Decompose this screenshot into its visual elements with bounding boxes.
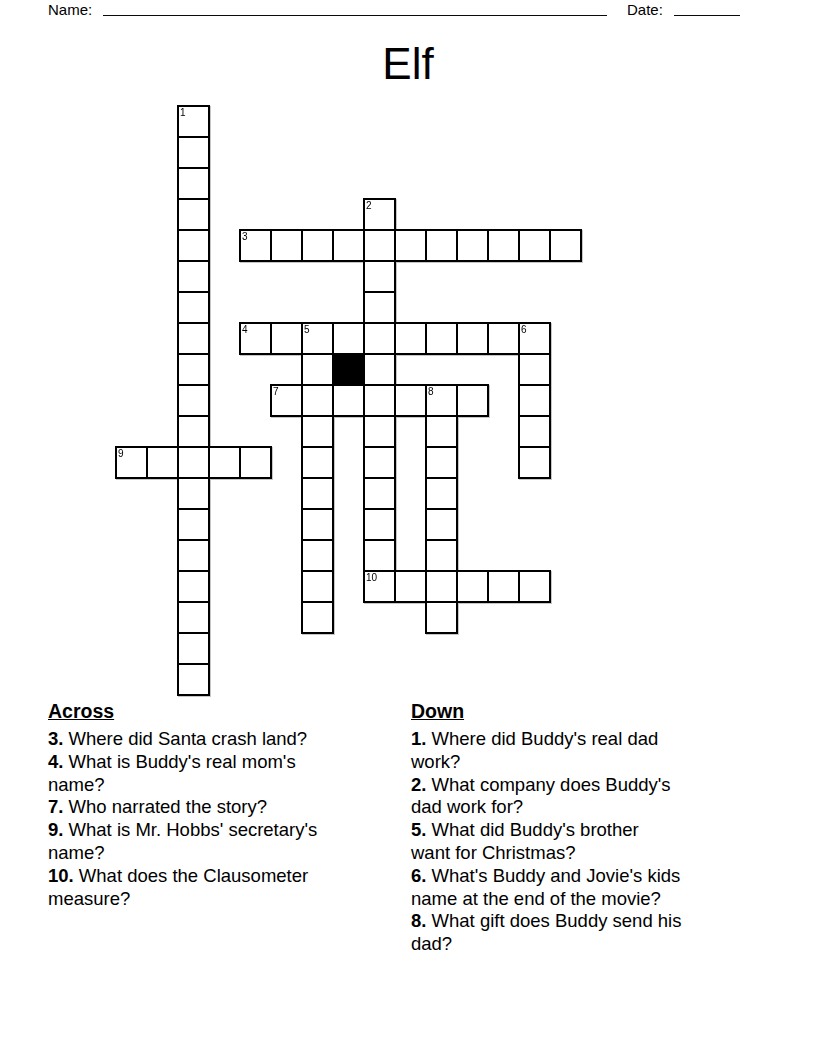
across-clue-3: 3. Where did Santa crash land?: [48, 728, 400, 751]
clue-number-9: 9: [118, 448, 124, 459]
cell-r11c10[interactable]: [425, 446, 458, 479]
cell-r4c14[interactable]: [549, 229, 582, 262]
cell-r0c2[interactable]: 1: [177, 105, 210, 138]
cell-r4c8[interactable]: [363, 229, 396, 262]
down-clue-1: 1. Where did Buddy's real dad work?: [411, 728, 776, 774]
cell-r14c2[interactable]: [177, 539, 210, 572]
cell-r16c6[interactable]: [301, 601, 334, 634]
cell-r5c8[interactable]: [363, 260, 396, 293]
across-clues-section: Across 3. Where did Santa crash land?4. …: [48, 700, 400, 910]
cell-r7c10[interactable]: [425, 322, 458, 355]
across-clue-text-4: What is Buddy's real mom's name?: [48, 751, 296, 795]
cell-r15c13[interactable]: [518, 570, 551, 603]
cell-r1c2[interactable]: [177, 136, 210, 169]
cell-r4c10[interactable]: [425, 229, 458, 262]
cell-r7c7[interactable]: [332, 322, 365, 355]
cell-r4c9[interactable]: [394, 229, 427, 262]
across-clue-list: 3. Where did Santa crash land?4. What is…: [48, 728, 400, 910]
clue-label-6: 6.: [411, 865, 426, 886]
clue-number-4: 4: [242, 324, 248, 335]
cell-r14c8[interactable]: [363, 539, 396, 572]
cell-r7c5[interactable]: [270, 322, 303, 355]
down-clue-6: 6. What's Buddy and Jovie's kids name at…: [411, 865, 776, 911]
cell-r15c11[interactable]: [456, 570, 489, 603]
cell-r13c8[interactable]: [363, 508, 396, 541]
across-clue-9: 9. What is Mr. Hobbs' secretary's name?: [48, 819, 400, 865]
clue-label-8: 8.: [411, 910, 426, 931]
across-clue-text-3: Where did Santa crash land?: [69, 728, 308, 749]
down-clue-text-2: What company does Buddy's dad work for?: [411, 774, 671, 818]
cell-r3c8[interactable]: 2: [363, 198, 396, 231]
cell-r15c12[interactable]: [487, 570, 520, 603]
clue-label-7: 7.: [48, 796, 63, 817]
black-cell-r8c7: [332, 353, 365, 386]
cell-r10c8[interactable]: [363, 415, 396, 448]
cell-r4c11[interactable]: [456, 229, 489, 262]
cell-r15c8[interactable]: 10: [363, 570, 396, 603]
cell-r11c6[interactable]: [301, 446, 334, 479]
cell-r11c3[interactable]: [208, 446, 241, 479]
cell-r3c2[interactable]: [177, 198, 210, 231]
cell-r15c2[interactable]: [177, 570, 210, 603]
clue-number-10: 10: [366, 572, 377, 583]
cell-r4c2[interactable]: [177, 229, 210, 262]
down-clue-2: 2. What company does Buddy's dad work fo…: [411, 774, 776, 820]
cell-r12c2[interactable]: [177, 477, 210, 510]
cell-r15c6[interactable]: [301, 570, 334, 603]
cell-r7c2[interactable]: [177, 322, 210, 355]
across-clue-7: 7. Who narrated the story?: [48, 796, 400, 819]
down-clue-text-8: What gift does Buddy send his dad?: [411, 910, 681, 954]
clue-number-7: 7: [273, 386, 279, 397]
cell-r4c5[interactable]: [270, 229, 303, 262]
cell-r10c10[interactable]: [425, 415, 458, 448]
cell-r16c10[interactable]: [425, 601, 458, 634]
clue-number-6: 6: [521, 324, 527, 335]
down-clue-8: 8. What gift does Buddy send his dad?: [411, 910, 776, 956]
cell-r9c7[interactable]: [332, 384, 365, 417]
clue-label-2: 2.: [411, 774, 426, 795]
cell-r8c2[interactable]: [177, 353, 210, 386]
cell-r7c4[interactable]: 4: [239, 322, 272, 355]
cell-r16c2[interactable]: [177, 601, 210, 634]
cell-r11c8[interactable]: [363, 446, 396, 479]
cell-r9c5[interactable]: 7: [270, 384, 303, 417]
cell-r5c2[interactable]: [177, 260, 210, 293]
cell-r7c12[interactable]: [487, 322, 520, 355]
cell-r14c6[interactable]: [301, 539, 334, 572]
clue-label-9: 9.: [48, 819, 63, 840]
cell-r7c13[interactable]: 6: [518, 322, 551, 355]
clue-number-3: 3: [242, 231, 248, 242]
cell-r11c0[interactable]: 9: [115, 446, 148, 479]
cell-r12c8[interactable]: [363, 477, 396, 510]
cell-r15c10[interactable]: [425, 570, 458, 603]
cell-r9c10[interactable]: 8: [425, 384, 458, 417]
cell-r10c6[interactable]: [301, 415, 334, 448]
clue-number-5: 5: [304, 324, 310, 335]
cell-r13c2[interactable]: [177, 508, 210, 541]
down-clue-text-6: What's Buddy and Jovie's kids name at th…: [411, 865, 680, 909]
down-clue-text-5: What did Buddy's brother want for Christ…: [411, 819, 639, 863]
cell-r9c2[interactable]: [177, 384, 210, 417]
cell-r4c6[interactable]: [301, 229, 334, 262]
cell-r11c13[interactable]: [518, 446, 551, 479]
cell-r18c2[interactable]: [177, 663, 210, 696]
cell-r4c7[interactable]: [332, 229, 365, 262]
cell-r7c6[interactable]: 5: [301, 322, 334, 355]
cell-r6c2[interactable]: [177, 291, 210, 324]
crossword-grid: 12345678910: [0, 0, 816, 705]
down-clue-list: 1. Where did Buddy's real dad work?2. Wh…: [411, 728, 776, 956]
across-clue-text-7: Who narrated the story?: [69, 796, 267, 817]
cell-r10c13[interactable]: [518, 415, 551, 448]
cell-r8c13[interactable]: [518, 353, 551, 386]
across-clue-4: 4. What is Buddy's real mom's name?: [48, 751, 400, 797]
cell-r4c12[interactable]: [487, 229, 520, 262]
cell-r7c9[interactable]: [394, 322, 427, 355]
cell-r9c11[interactable]: [456, 384, 489, 417]
cell-r10c2[interactable]: [177, 415, 210, 448]
cell-r13c10[interactable]: [425, 508, 458, 541]
cell-r11c1[interactable]: [146, 446, 179, 479]
cell-r11c4[interactable]: [239, 446, 272, 479]
clue-label-1: 1.: [411, 728, 426, 749]
down-clue-text-1: Where did Buddy's real dad work?: [411, 728, 658, 772]
clue-label-4: 4.: [48, 751, 63, 772]
cell-r7c11[interactable]: [456, 322, 489, 355]
cell-r9c13[interactable]: [518, 384, 551, 417]
cell-r4c13[interactable]: [518, 229, 551, 262]
down-heading: Down: [411, 700, 776, 723]
across-heading: Across: [48, 700, 400, 723]
cell-r13c6[interactable]: [301, 508, 334, 541]
clue-label-10: 10.: [48, 865, 74, 886]
cell-r14c10[interactable]: [425, 539, 458, 572]
clue-label-5: 5.: [411, 819, 426, 840]
cell-r7c8[interactable]: [363, 322, 396, 355]
cell-r8c6[interactable]: [301, 353, 334, 386]
cell-r12c6[interactable]: [301, 477, 334, 510]
cell-r2c2[interactable]: [177, 167, 210, 200]
clue-number-8: 8: [428, 386, 434, 397]
down-clue-5: 5. What did Buddy's brother want for Chr…: [411, 819, 776, 865]
clue-number-1: 1: [180, 107, 186, 118]
cell-r8c8[interactable]: [363, 353, 396, 386]
across-clue-text-10: What does the Clausometer measure?: [48, 865, 308, 909]
cell-r15c9[interactable]: [394, 570, 427, 603]
cell-r11c2[interactable]: [177, 446, 210, 479]
cell-r17c2[interactable]: [177, 632, 210, 665]
across-clue-text-9: What is Mr. Hobbs' secretary's name?: [48, 819, 317, 863]
cell-r9c9[interactable]: [394, 384, 427, 417]
clue-number-2: 2: [366, 200, 372, 211]
cell-r6c8[interactable]: [363, 291, 396, 324]
clue-label-3: 3.: [48, 728, 63, 749]
down-clues-section: Down 1. Where did Buddy's real dad work?…: [411, 700, 776, 956]
cell-r12c10[interactable]: [425, 477, 458, 510]
cell-r9c6[interactable]: [301, 384, 334, 417]
cell-r4c4[interactable]: 3: [239, 229, 272, 262]
across-clue-10: 10. What does the Clausometer measure?: [48, 865, 400, 911]
cell-r9c8[interactable]: [363, 384, 396, 417]
